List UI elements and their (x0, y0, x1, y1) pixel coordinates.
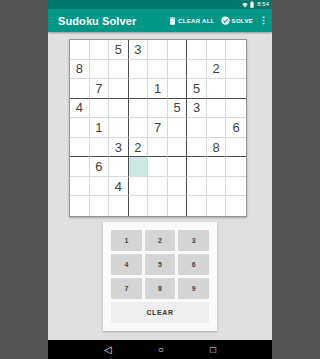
cell-r3c6[interactable] (168, 79, 188, 99)
cell-r1c7[interactable] (187, 40, 207, 60)
cell-r8c9[interactable] (226, 177, 246, 197)
numpad-button-7[interactable]: 7 (111, 278, 142, 299)
cell-r4c4[interactable] (129, 99, 149, 119)
cell-r3c8[interactable] (207, 79, 227, 99)
cell-r7c2[interactable]: 6 (90, 157, 110, 177)
cell-r2c2[interactable] (90, 60, 110, 80)
cell-r2c1[interactable]: 8 (70, 60, 90, 80)
cell-r5c5[interactable]: 7 (148, 118, 168, 138)
cell-r9c2[interactable] (90, 196, 110, 216)
cell-r5c3[interactable] (109, 118, 129, 138)
battery-icon (250, 1, 254, 8)
app-bar: Sudoku Solver CLEAR ALL SOLVE ⋮ (48, 9, 272, 32)
cell-r1c1[interactable] (70, 40, 90, 60)
cell-r6c9[interactable] (226, 138, 246, 158)
solve-label: SOLVE (232, 18, 253, 24)
cell-r7c5[interactable] (148, 157, 168, 177)
trash-icon (169, 17, 176, 25)
cell-r8c8[interactable] (207, 177, 227, 197)
cell-r9c7[interactable] (187, 196, 207, 216)
cell-r6c3[interactable]: 3 (109, 138, 129, 158)
cell-r8c3[interactable]: 4 (109, 177, 129, 197)
cell-r8c5[interactable] (148, 177, 168, 197)
cell-r9c4[interactable] (129, 196, 149, 216)
numpad-grid: 1 2 3 4 5 6 7 8 9 (111, 230, 209, 299)
cell-r9c8[interactable] (207, 196, 227, 216)
cell-r1c5[interactable] (148, 40, 168, 60)
cell-r4c8[interactable] (207, 99, 227, 119)
numpad-button-5[interactable]: 5 (145, 254, 176, 275)
cell-r6c7[interactable] (187, 138, 207, 158)
status-bar: 8:54 (48, 0, 272, 9)
clear-all-button[interactable]: CLEAR ALL (166, 14, 217, 28)
cell-r4c5[interactable] (148, 99, 168, 119)
numpad-button-3[interactable]: 3 (178, 230, 209, 251)
cell-r9c5[interactable] (148, 196, 168, 216)
cell-r1c6[interactable] (168, 40, 188, 60)
cell-r1c3[interactable]: 5 (109, 40, 129, 60)
cell-r3c1[interactable] (70, 79, 90, 99)
cell-r3c9[interactable] (226, 79, 246, 99)
numpad-button-6[interactable]: 6 (178, 254, 209, 275)
cell-r2c7[interactable] (187, 60, 207, 80)
recents-icon[interactable]: □ (210, 340, 216, 359)
back-icon[interactable]: ◁ (104, 340, 112, 359)
cell-r3c5[interactable]: 1 (148, 79, 168, 99)
cell-r1c9[interactable] (226, 40, 246, 60)
cell-r4c9[interactable] (226, 99, 246, 119)
cell-r3c7[interactable]: 5 (187, 79, 207, 99)
numpad-button-1[interactable]: 1 (111, 230, 142, 251)
clear-button[interactable]: CLEAR (111, 302, 209, 323)
cell-r5c7[interactable] (187, 118, 207, 138)
page-title: Sudoku Solver (58, 15, 166, 27)
cell-r3c3[interactable] (109, 79, 129, 99)
check-circle-icon (221, 16, 230, 25)
cell-r8c4[interactable] (129, 177, 149, 197)
overflow-menu-icon[interactable]: ⋮ (256, 9, 272, 32)
numpad-panel: 1 2 3 4 5 6 7 8 9 CLEAR (103, 222, 217, 331)
cell-r5c8[interactable] (207, 118, 227, 138)
cell-r5c9[interactable]: 6 (226, 118, 246, 138)
cell-r4c6[interactable]: 5 (168, 99, 188, 119)
cell-r7c8[interactable] (207, 157, 227, 177)
wifi-icon (242, 2, 248, 8)
numpad-button-9[interactable]: 9 (178, 278, 209, 299)
numpad-button-8[interactable]: 8 (145, 278, 176, 299)
cell-r7c9[interactable] (226, 157, 246, 177)
cell-r7c6[interactable] (168, 157, 188, 177)
sudoku-board: 538271545317632864 (69, 39, 247, 217)
cell-r7c7[interactable] (187, 157, 207, 177)
cell-r7c4[interactable] (129, 157, 149, 177)
cell-r2c6[interactable] (168, 60, 188, 80)
cell-r6c1[interactable] (70, 138, 90, 158)
cell-r4c3[interactable] (109, 99, 129, 119)
cell-r2c9[interactable] (226, 60, 246, 80)
cell-r8c2[interactable] (90, 177, 110, 197)
cell-r5c1[interactable] (70, 118, 90, 138)
cell-r5c6[interactable] (168, 118, 188, 138)
cell-r4c1[interactable]: 4 (70, 99, 90, 119)
cell-r2c8[interactable]: 2 (207, 60, 227, 80)
numpad-button-2[interactable]: 2 (145, 230, 176, 251)
cell-r6c6[interactable] (168, 138, 188, 158)
cell-r1c4[interactable]: 3 (129, 40, 149, 60)
cell-r8c1[interactable] (70, 177, 90, 197)
cell-r9c3[interactable] (109, 196, 129, 216)
cell-r6c8[interactable]: 8 (207, 138, 227, 158)
home-icon[interactable]: ○ (158, 340, 164, 359)
solve-button[interactable]: SOLVE (218, 13, 256, 28)
cell-r9c9[interactable] (226, 196, 246, 216)
cell-r1c8[interactable] (207, 40, 227, 60)
cell-r7c1[interactable] (70, 157, 90, 177)
cell-r2c5[interactable] (148, 60, 168, 80)
cell-r6c5[interactable] (148, 138, 168, 158)
cell-r9c6[interactable] (168, 196, 188, 216)
cell-r4c2[interactable] (90, 99, 110, 119)
cell-r8c6[interactable] (168, 177, 188, 197)
cell-r1c2[interactable] (90, 40, 110, 60)
clear-all-label: CLEAR ALL (178, 18, 214, 24)
cell-r7c3[interactable] (109, 157, 129, 177)
cell-r5c2[interactable]: 1 (90, 118, 110, 138)
cell-r9c1[interactable] (70, 196, 90, 216)
sudoku-solver-screen: 8:54 Sudoku Solver CLEAR ALL SOLVE ⋮ 538… (48, 0, 272, 359)
cell-r2c3[interactable] (109, 60, 129, 80)
cell-r3c4[interactable] (129, 79, 149, 99)
cell-r8c7[interactable] (187, 177, 207, 197)
cell-r3c2[interactable]: 7 (90, 79, 110, 99)
android-nav-bar: ◁ ○ □ (48, 340, 272, 359)
cell-r4c7[interactable]: 3 (187, 99, 207, 119)
cell-r5c4[interactable] (129, 118, 149, 138)
clock: 8:54 (257, 0, 269, 9)
cell-r2c4[interactable] (129, 60, 149, 80)
cell-r6c2[interactable] (90, 138, 110, 158)
numpad-button-4[interactable]: 4 (111, 254, 142, 275)
cell-r6c4[interactable]: 2 (129, 138, 149, 158)
